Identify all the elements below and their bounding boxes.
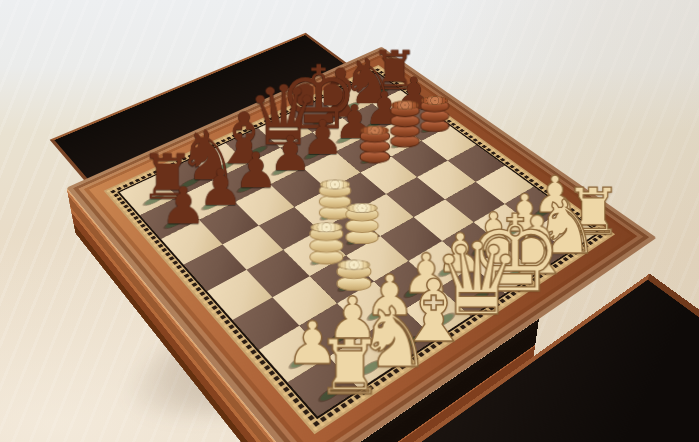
felt-base-shadow xyxy=(558,225,590,246)
checkers-stack-light xyxy=(303,226,348,264)
photo-stage: ♜♞♝♛♚♝♞♜♟♟♟♟♟♟♟♟♟♟♟♟♟♟♟♟♜♞♝♛♚♝♞♜ xyxy=(0,0,699,442)
felt-base-shadow xyxy=(426,307,462,333)
chess-box: ♜♞♝♛♚♝♞♜♟♟♟♟♟♟♟♟♟♟♟♟♟♟♟♟♜♞♝♛♚♝♞♜ xyxy=(66,47,656,442)
felt-base-shadow xyxy=(395,279,430,303)
piece-light-pawn: ♟ xyxy=(531,170,574,220)
checkers-stack-light xyxy=(331,264,377,291)
checker-disc-light xyxy=(336,264,371,279)
checker-disc-dark xyxy=(359,129,389,142)
felt-base-shadow xyxy=(208,157,240,175)
felt-base-shadow xyxy=(463,239,496,261)
piece-light-rook: ♜ xyxy=(563,180,607,244)
piece-dark-pawn: ♟ xyxy=(160,181,203,232)
felt-base-shadow xyxy=(495,265,529,288)
checker-disc-dark xyxy=(390,104,420,117)
felt-base-shadow xyxy=(351,354,389,382)
square-a8: ♜ xyxy=(119,175,176,215)
felt-base-shadow xyxy=(389,330,426,357)
felt-base-shadow xyxy=(461,285,496,309)
felt-base-shadow xyxy=(310,379,350,409)
checker-disc-light xyxy=(309,226,343,241)
felt-base-shadow xyxy=(336,98,365,114)
square-h3 xyxy=(475,165,534,204)
checkers-stack-dark xyxy=(354,129,394,163)
checker-disc-light xyxy=(345,207,378,222)
checker-disc-light xyxy=(318,184,350,198)
felt-base-shadow xyxy=(527,245,560,267)
scene-3d: ♜♞♝♛♚♝♞♜♟♟♟♟♟♟♟♟♟♟♟♟♟♟♟♟♜♞♝♛♚♝♞♜ xyxy=(0,0,699,442)
felt-base-shadow xyxy=(275,127,305,144)
